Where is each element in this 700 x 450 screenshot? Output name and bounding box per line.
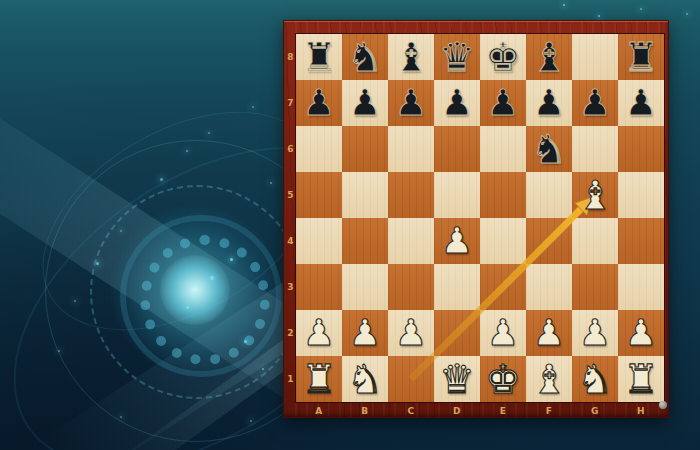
rank-label-2: 2 [285,310,296,356]
square-d1[interactable]: ♛ [434,356,480,402]
piece-black-pawn-h7[interactable]: ♟ [618,80,664,126]
square-a4[interactable] [296,218,342,264]
square-d4[interactable]: ♟ [434,218,480,264]
square-h2[interactable]: ♟ [618,310,664,356]
particle-dot [640,8,642,10]
square-d3[interactable] [434,264,480,310]
square-e6[interactable] [480,126,526,172]
particle-dot [230,258,233,261]
square-b7[interactable]: ♟ [342,80,388,126]
piece-white-bishop-g5[interactable]: ♝ [572,172,618,218]
square-g4[interactable] [572,218,618,264]
particle-dot [120,416,122,418]
square-f3[interactable] [526,264,572,310]
piece-black-rook-h8[interactable]: ♜ [618,34,664,80]
square-d8[interactable]: ♛ [434,34,480,80]
app-scene: ♜♞♝♛♚♝♜♟♟♟♟♟♟♟♟♞♝♟♟♟♟♟♟♟♟♜♞♛♚♝♞♜ 8765432… [0,0,700,450]
particle-dot [262,368,264,370]
particle-dot [686,13,688,15]
piece-white-knight-b1[interactable]: ♞ [342,356,388,402]
square-f5[interactable] [526,172,572,218]
particle-dot [270,182,272,184]
square-e7[interactable]: ♟ [480,80,526,126]
square-f4[interactable] [526,218,572,264]
square-e2[interactable]: ♟ [480,310,526,356]
square-e5[interactable] [480,172,526,218]
square-h1[interactable]: ♜ [618,356,664,402]
file-label-c: C [388,402,434,419]
square-b5[interactable] [342,172,388,218]
piece-black-bishop-f8[interactable]: ♝ [526,34,572,80]
piece-black-king-e8[interactable]: ♚ [480,34,526,80]
particle-dot [208,132,210,134]
square-f8[interactable]: ♝ [526,34,572,80]
square-g1[interactable]: ♞ [572,356,618,402]
piece-black-pawn-g7[interactable]: ♟ [572,80,618,126]
square-c3[interactable] [388,264,434,310]
square-c7[interactable]: ♟ [388,80,434,126]
square-a3[interactable] [296,264,342,310]
square-e1[interactable]: ♚ [480,356,526,402]
piece-white-knight-g1[interactable]: ♞ [572,356,618,402]
piece-white-queen-d1[interactable]: ♛ [434,356,480,402]
piece-white-pawn-d4[interactable]: ♟ [434,218,480,264]
square-a2[interactable]: ♟ [296,310,342,356]
square-e4[interactable] [480,218,526,264]
square-g2[interactable]: ♟ [572,310,618,356]
file-label-f: F [526,402,572,419]
square-h8[interactable]: ♜ [618,34,664,80]
square-f1[interactable]: ♝ [526,356,572,402]
file-label-h: H [618,402,664,419]
square-g7[interactable]: ♟ [572,80,618,126]
piece-white-rook-a1[interactable]: ♜ [296,356,342,402]
piece-black-knight-f6[interactable]: ♞ [526,126,572,172]
square-b6[interactable] [342,126,388,172]
square-f2[interactable]: ♟ [526,310,572,356]
piece-black-pawn-c7[interactable]: ♟ [388,80,434,126]
square-h3[interactable] [618,264,664,310]
square-c8[interactable]: ♝ [388,34,434,80]
square-e8[interactable]: ♚ [480,34,526,80]
square-f7[interactable]: ♟ [526,80,572,126]
square-h4[interactable] [618,218,664,264]
file-label-a: A [296,402,342,419]
particle-dot [250,420,252,422]
rank-label-1: 1 [285,356,296,402]
piece-black-pawn-e7[interactable]: ♟ [480,80,526,126]
piece-white-pawn-e2[interactable]: ♟ [480,310,526,356]
file-label-e: E [480,402,526,419]
particle-dot [563,4,565,6]
piece-black-pawn-a7[interactable]: ♟ [296,80,342,126]
square-a8[interactable]: ♜ [296,34,342,80]
square-a1[interactable]: ♜ [296,356,342,402]
rank-label-7: 7 [285,80,296,126]
square-b8[interactable]: ♞ [342,34,388,80]
particle-dot [186,306,189,309]
particle-dot [186,150,188,152]
piece-black-pawn-d7[interactable]: ♟ [434,80,480,126]
square-c5[interactable] [388,172,434,218]
square-c4[interactable] [388,218,434,264]
square-f6[interactable]: ♞ [526,126,572,172]
rank-label-8: 8 [285,34,296,80]
square-g6[interactable] [572,126,618,172]
square-h5[interactable] [618,172,664,218]
square-d6[interactable] [434,126,480,172]
file-label-d: D [434,402,480,419]
particle-dot [598,15,600,17]
piece-black-pawn-f7[interactable]: ♟ [526,80,572,126]
rank-label-6: 6 [285,126,296,172]
square-g3[interactable] [572,264,618,310]
piece-white-pawn-a2[interactable]: ♟ [296,310,342,356]
piece-white-pawn-g2[interactable]: ♟ [572,310,618,356]
square-b2[interactable]: ♟ [342,310,388,356]
square-b1[interactable]: ♞ [342,356,388,402]
piece-black-queen-d8[interactable]: ♛ [434,34,480,80]
square-c1[interactable] [388,356,434,402]
particle-dot [58,350,60,352]
square-g5[interactable]: ♝ [572,172,618,218]
square-d7[interactable]: ♟ [434,80,480,126]
particle-dot [210,276,214,280]
particle-dot [244,340,247,343]
square-d2[interactable] [434,310,480,356]
particle-dot [74,300,76,302]
file-label-g: G [572,402,618,419]
board-squares: ♜♞♝♛♚♝♜♟♟♟♟♟♟♟♟♞♝♟♟♟♟♟♟♟♟♜♞♛♚♝♞♜ [296,34,664,402]
square-a6[interactable] [296,126,342,172]
particle-dot [160,178,163,181]
square-c2[interactable]: ♟ [388,310,434,356]
square-c6[interactable] [388,126,434,172]
particle-dot [96,262,99,265]
particle-dot [120,230,122,232]
piece-black-knight-b8[interactable]: ♞ [342,34,388,80]
square-a5[interactable] [296,172,342,218]
square-e3[interactable] [480,264,526,310]
piece-white-pawn-c2[interactable]: ♟ [388,310,434,356]
rank-label-5: 5 [285,172,296,218]
particle-dot [252,106,254,108]
piece-black-rook-a8[interactable]: ♜ [296,34,342,80]
square-h6[interactable] [618,126,664,172]
rank-label-3: 3 [285,264,296,310]
piece-white-pawn-f2[interactable]: ♟ [526,310,572,356]
piece-white-pawn-b2[interactable]: ♟ [342,310,388,356]
square-g8[interactable] [572,34,618,80]
square-b3[interactable] [342,264,388,310]
file-label-b: B [342,402,388,419]
piece-white-pawn-h2[interactable]: ♟ [618,310,664,356]
square-h7[interactable]: ♟ [618,80,664,126]
rank-label-4: 4 [285,218,296,264]
piece-white-bishop-f1[interactable]: ♝ [526,356,572,402]
chess-board: ♜♞♝♛♚♝♜♟♟♟♟♟♟♟♟♞♝♟♟♟♟♟♟♟♟♜♞♛♚♝♞♜ 8765432… [283,20,669,418]
piece-black-pawn-b7[interactable]: ♟ [342,80,388,126]
piece-black-bishop-c8[interactable]: ♝ [388,34,434,80]
square-d5[interactable] [434,172,480,218]
square-b4[interactable] [342,218,388,264]
piece-white-king-e1[interactable]: ♚ [480,356,526,402]
square-a7[interactable]: ♟ [296,80,342,126]
piece-white-rook-h1[interactable]: ♜ [618,356,664,402]
